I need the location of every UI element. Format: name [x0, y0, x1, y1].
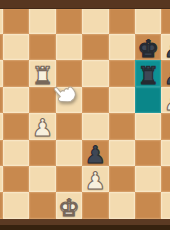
square-g6[interactable]: ♜: [135, 60, 161, 86]
square-e6[interactable]: [82, 60, 108, 86]
board-frame-bottom-edge: [0, 225, 170, 230]
square-h8[interactable]: [161, 8, 170, 34]
black-pawn[interactable]: ♟: [161, 62, 170, 88]
black-rook[interactable]: ♜: [135, 62, 161, 88]
square-e8[interactable]: [82, 8, 108, 34]
square-b1[interactable]: [3, 192, 29, 218]
square-g7[interactable]: ♚: [135, 34, 161, 60]
square-f6[interactable]: [109, 60, 135, 86]
square-f2[interactable]: [109, 166, 135, 192]
square-h6[interactable]: ♟: [161, 60, 170, 86]
square-d3[interactable]: [56, 140, 82, 166]
square-d2[interactable]: [56, 166, 82, 192]
square-d7[interactable]: [56, 34, 82, 60]
square-c8[interactable]: [29, 8, 55, 34]
board-frame-top: [0, 0, 170, 9]
square-h7[interactable]: ♟: [161, 34, 170, 60]
square-b2[interactable]: [3, 166, 29, 192]
square-c6[interactable]: ♜: [29, 60, 55, 86]
square-h5[interactable]: ♟: [161, 87, 170, 113]
square-f8[interactable]: [109, 8, 135, 34]
square-c2[interactable]: [29, 166, 55, 192]
square-g3[interactable]: [135, 140, 161, 166]
square-e1[interactable]: [82, 192, 108, 218]
square-d1[interactable]: ♚: [56, 192, 82, 218]
black-pawn[interactable]: ♟: [161, 36, 170, 62]
white-king[interactable]: ♚: [56, 194, 82, 220]
square-e7[interactable]: [82, 34, 108, 60]
square-c3[interactable]: [29, 140, 55, 166]
square-g5[interactable]: [135, 87, 161, 113]
square-f1[interactable]: [109, 192, 135, 218]
square-d6[interactable]: [56, 60, 82, 86]
square-d4[interactable]: [56, 113, 82, 139]
board-frame-bottom: [0, 219, 170, 230]
square-h2[interactable]: [161, 166, 170, 192]
square-c4[interactable]: ♟: [29, 113, 55, 139]
square-g8[interactable]: [135, 8, 161, 34]
square-e5[interactable]: [82, 87, 108, 113]
square-e4[interactable]: [82, 113, 108, 139]
chess-board: ♚♟♜♜♟♟♟♟♟♟♚: [0, 8, 170, 219]
square-g1[interactable]: [135, 192, 161, 218]
square-b3[interactable]: [3, 140, 29, 166]
square-c7[interactable]: [29, 34, 55, 60]
white-pawn[interactable]: ♟: [161, 88, 170, 114]
white-rook[interactable]: ♜: [29, 62, 55, 88]
square-h1[interactable]: [161, 192, 170, 218]
white-pawn[interactable]: ♟: [29, 115, 55, 141]
square-b5[interactable]: [3, 87, 29, 113]
square-b4[interactable]: [3, 113, 29, 139]
square-f4[interactable]: [109, 113, 135, 139]
white-pawn[interactable]: ♟: [82, 168, 108, 194]
square-f7[interactable]: [109, 34, 135, 60]
square-g4[interactable]: [135, 113, 161, 139]
square-d8[interactable]: [56, 8, 82, 34]
square-h4[interactable]: [161, 113, 170, 139]
square-f5[interactable]: [109, 87, 135, 113]
square-b6[interactable]: [3, 60, 29, 86]
square-e2[interactable]: ♟: [82, 166, 108, 192]
square-d5[interactable]: [56, 87, 82, 113]
square-c5[interactable]: [29, 87, 55, 113]
square-b7[interactable]: [3, 34, 29, 60]
chess-app-viewport: ♚♟♜♜♟♟♟♟♟♟♚: [0, 0, 170, 230]
black-king[interactable]: ♚: [135, 36, 161, 62]
square-e3[interactable]: ♟: [82, 140, 108, 166]
square-c1[interactable]: [29, 192, 55, 218]
square-h3[interactable]: [161, 140, 170, 166]
square-b8[interactable]: [3, 8, 29, 34]
square-g2[interactable]: [135, 166, 161, 192]
square-f3[interactable]: [109, 140, 135, 166]
black-pawn[interactable]: ♟: [82, 141, 108, 167]
